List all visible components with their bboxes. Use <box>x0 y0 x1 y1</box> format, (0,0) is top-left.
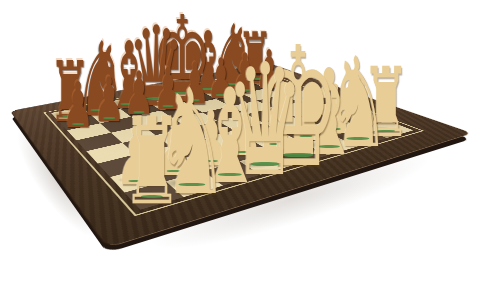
board-grid <box>51 72 413 209</box>
chess-set-photo-scene: ♜♞♝♛♚♝♞♜♟♟♟♟♟♟♟♟♟♟♟♟♟♟♟♟♜♞♝♛♚♝♞♜ <box>0 0 480 284</box>
